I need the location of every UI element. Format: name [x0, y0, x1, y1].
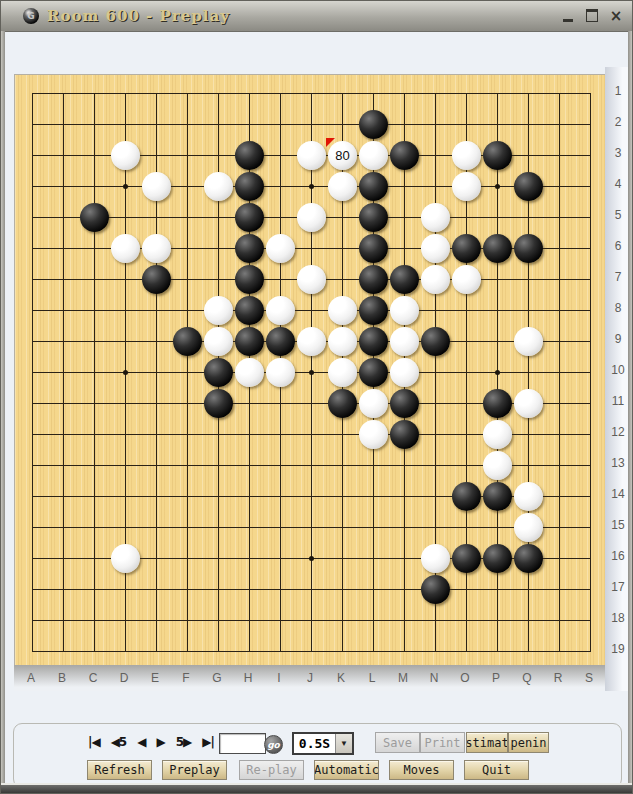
stone-black [328, 389, 357, 418]
column-label: G [208, 671, 226, 685]
stone-white [204, 327, 233, 356]
stone-black [80, 203, 109, 232]
stone-black [204, 358, 233, 387]
replay-button[interactable]: Re-play [239, 760, 304, 780]
stone-white [421, 203, 450, 232]
back-1-button[interactable]: ◀ [137, 735, 145, 749]
stone-black [514, 544, 543, 573]
stone-white [452, 141, 481, 170]
stone-white [421, 265, 450, 294]
save-button[interactable]: Save [375, 732, 420, 753]
move-number-input[interactable] [219, 733, 266, 754]
column-label: J [301, 671, 319, 685]
stone-white [421, 544, 450, 573]
column-label: F [177, 671, 195, 685]
stone-white [111, 141, 140, 170]
stone-black [390, 265, 419, 294]
stone-white [142, 234, 171, 263]
column-label: K [332, 671, 350, 685]
stone-white [452, 172, 481, 201]
stone-black [359, 265, 388, 294]
stone-white [204, 172, 233, 201]
star-point [123, 184, 128, 189]
stone-black [514, 234, 543, 263]
row-label: 13 [609, 456, 627, 472]
stone-black [452, 482, 481, 511]
column-label: B [53, 671, 71, 685]
stone-white [328, 327, 357, 356]
stone-white [514, 513, 543, 542]
stone-black [359, 172, 388, 201]
grid-line [559, 93, 560, 652]
stone-black [359, 234, 388, 263]
stone-white [359, 389, 388, 418]
column-label: M [394, 671, 412, 685]
row-label: 18 [609, 611, 627, 627]
back-5-button[interactable]: ◀5 [111, 735, 127, 749]
delay-value: 0.5S [294, 734, 335, 753]
stone-white [514, 482, 543, 511]
row-label: 2 [609, 115, 627, 131]
chevron-down-icon[interactable]: ▼ [335, 734, 352, 753]
row-labels: 12345678910111213141516171819 [605, 67, 630, 691]
row-label: 19 [609, 642, 627, 658]
refresh-button[interactable]: Refresh [87, 760, 152, 780]
grid-line [32, 527, 591, 528]
controls-panel: |◀◀5◀▶5▶▶| go 0.5S ▼ SavePrintstimatpeni… [13, 723, 622, 788]
column-label: R [549, 671, 567, 685]
app-window: G Room 600 - Preplay × 80 ABCDEFGHIJKLMN… [0, 0, 633, 794]
column-label: N [425, 671, 443, 685]
stone-white [483, 451, 512, 480]
last-move-marker-icon [326, 138, 335, 147]
maximize-icon[interactable] [584, 9, 600, 23]
column-label: D [115, 671, 133, 685]
preplay-button[interactable]: Preplay [162, 760, 227, 780]
stone-black [390, 420, 419, 449]
row-label: 12 [609, 425, 627, 441]
first-move-button[interactable]: |◀ [88, 735, 100, 749]
stone-white [266, 296, 295, 325]
status-bar [1, 785, 632, 793]
stone-black [421, 575, 450, 604]
star-point [309, 370, 314, 375]
row-label: 3 [609, 146, 627, 162]
stone-black [266, 327, 295, 356]
column-label: I [270, 671, 288, 685]
window-frame-right [628, 31, 632, 785]
star-point [309, 184, 314, 189]
stone-black [235, 296, 264, 325]
stone-white [297, 203, 326, 232]
stone-white [204, 296, 233, 325]
minimize-icon[interactable] [560, 9, 576, 23]
column-label: C [84, 671, 102, 685]
row-label: 11 [609, 394, 627, 410]
stone-white [359, 141, 388, 170]
stone-white [328, 172, 357, 201]
star-point [495, 370, 500, 375]
stone-white [297, 141, 326, 170]
column-label: H [239, 671, 257, 685]
column-label: S [580, 671, 598, 685]
row-label: 16 [609, 549, 627, 565]
grid-line [590, 93, 591, 652]
star-point [309, 556, 314, 561]
stone-white [483, 420, 512, 449]
stone-white [111, 234, 140, 263]
star-point [495, 184, 500, 189]
stone-black [235, 172, 264, 201]
stone-black [173, 327, 202, 356]
column-label: O [456, 671, 474, 685]
close-icon[interactable]: × [608, 9, 624, 23]
opening-button[interactable]: penin [508, 732, 549, 753]
stone-black [235, 141, 264, 170]
row-label: 10 [609, 363, 627, 379]
row-label: 7 [609, 270, 627, 286]
stone-white [297, 327, 326, 356]
stone-black [421, 327, 450, 356]
title-bar[interactable]: G Room 600 - Preplay × [1, 1, 632, 32]
stone-white [266, 234, 295, 263]
row-label: 8 [609, 301, 627, 317]
app-icon: G [23, 8, 39, 24]
go-board[interactable]: 80 [14, 74, 605, 665]
stone-black [390, 141, 419, 170]
stone-black [359, 110, 388, 139]
column-label: P [487, 671, 505, 685]
stone-black [359, 358, 388, 387]
stone-black [483, 482, 512, 511]
grid-line [32, 589, 591, 590]
grid-line [32, 651, 591, 652]
stone-white [142, 172, 171, 201]
forward-5-button[interactable]: 5▶ [176, 735, 192, 749]
go-button[interactable]: go [264, 735, 283, 754]
stone-white [235, 358, 264, 387]
stone-white-last-move: 80 [328, 141, 357, 170]
row-label: 17 [609, 580, 627, 596]
last-move-button[interactable]: ▶| [202, 735, 214, 749]
row-label: 9 [609, 332, 627, 348]
column-label: Q [518, 671, 536, 685]
stone-black [235, 203, 264, 232]
stone-white [390, 358, 419, 387]
stone-black [514, 172, 543, 201]
stone-white [111, 544, 140, 573]
stone-black [235, 265, 264, 294]
stone-white [514, 389, 543, 418]
row-label: 5 [609, 208, 627, 224]
stone-white [514, 327, 543, 356]
forward-1-button[interactable]: ▶ [156, 735, 164, 749]
stone-black [204, 389, 233, 418]
column-label: E [146, 671, 164, 685]
row-label: 15 [609, 518, 627, 534]
stone-white [452, 265, 481, 294]
stone-white [297, 265, 326, 294]
stone-black [483, 544, 512, 573]
stone-white [328, 296, 357, 325]
stone-white [359, 420, 388, 449]
grid-line [32, 620, 591, 621]
moves-button[interactable]: Moves [389, 760, 454, 780]
stone-black [452, 234, 481, 263]
stone-black [390, 389, 419, 418]
column-label: L [363, 671, 381, 685]
stone-black [483, 234, 512, 263]
stone-black [359, 203, 388, 232]
window-frame-left [1, 31, 5, 785]
stone-white [421, 234, 450, 263]
row-label: 6 [609, 239, 627, 255]
stone-black [483, 389, 512, 418]
quit-button[interactable]: Quit [464, 760, 529, 780]
stone-black [359, 327, 388, 356]
print-button[interactable]: Print [420, 732, 465, 753]
stone-white [266, 358, 295, 387]
automatic-button[interactable]: Automatic [314, 760, 379, 780]
stone-black [235, 234, 264, 263]
stone-black [483, 141, 512, 170]
board-grid[interactable]: 80 [32, 93, 591, 652]
delay-select[interactable]: 0.5S ▼ [292, 732, 354, 755]
stone-white [390, 296, 419, 325]
estimate-button[interactable]: stimat [466, 732, 508, 753]
stone-black [452, 544, 481, 573]
star-point [123, 370, 128, 375]
stone-white [390, 327, 419, 356]
stone-black [359, 296, 388, 325]
column-labels: ABCDEFGHIJKLMNOPQRS [14, 665, 605, 691]
playback-controls: |◀◀5◀▶5▶▶| [88, 735, 214, 749]
column-label: A [22, 671, 40, 685]
row-label: 14 [609, 487, 627, 503]
row-label: 1 [609, 84, 627, 100]
stone-black [235, 327, 264, 356]
row-label: 4 [609, 177, 627, 193]
window-title: Room 600 - Preplay [47, 7, 230, 25]
stone-black [142, 265, 171, 294]
stone-white [328, 358, 357, 387]
